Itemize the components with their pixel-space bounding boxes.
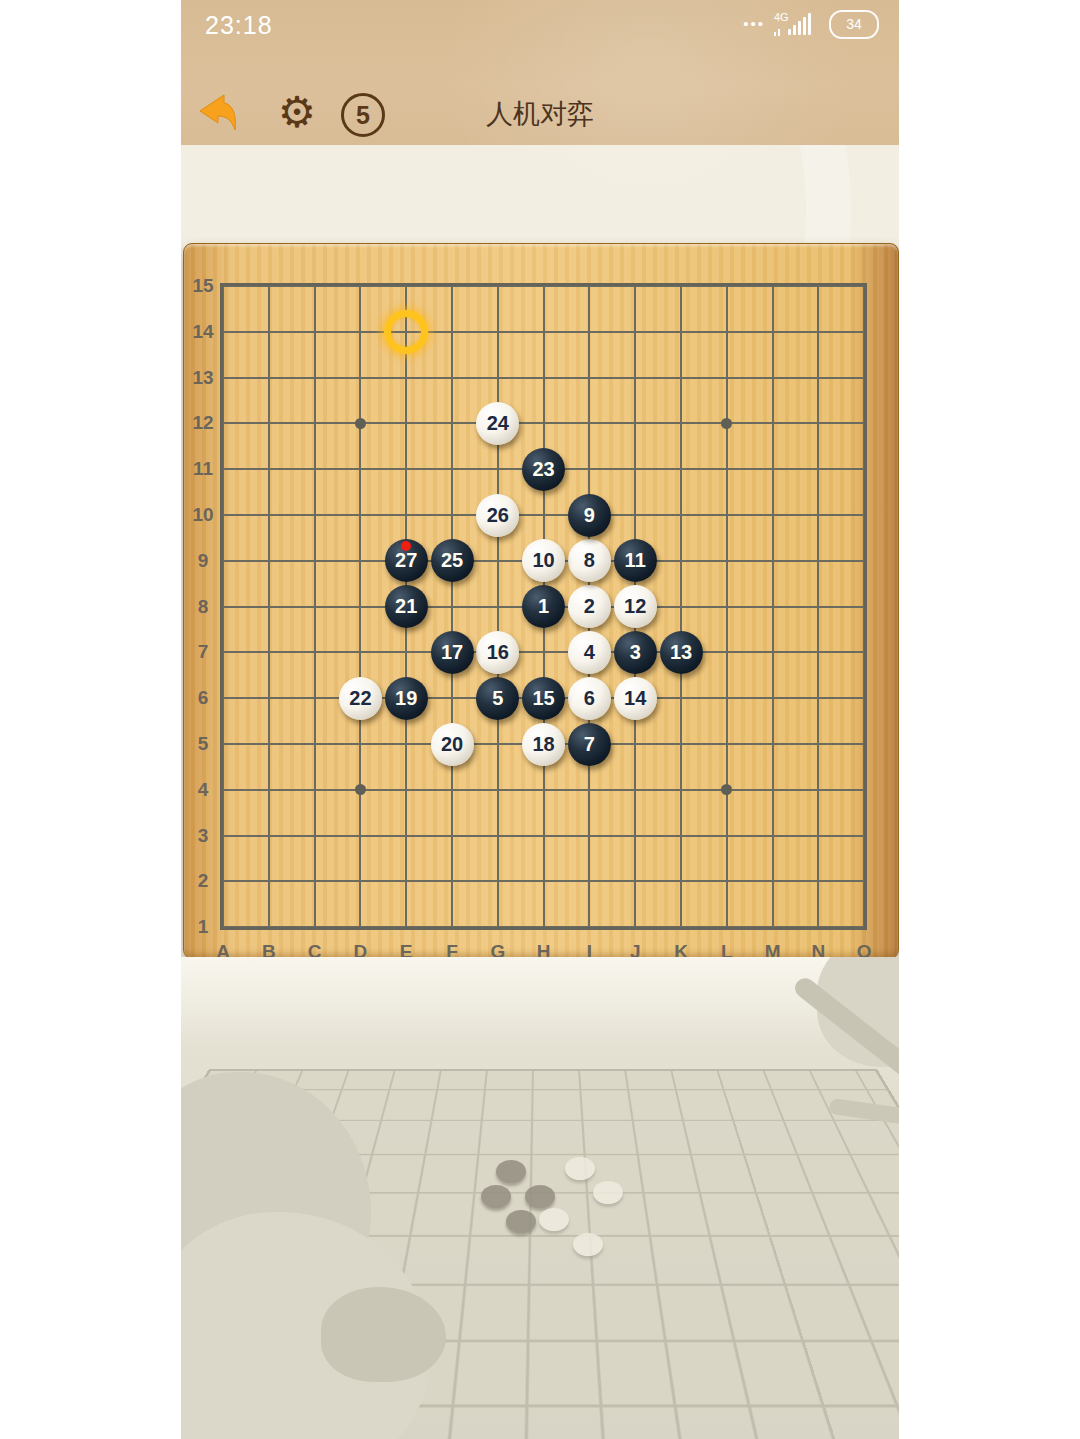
stone-number: 14 bbox=[614, 677, 657, 720]
background-illustration bbox=[181, 957, 899, 1439]
stone-number: 8 bbox=[568, 539, 611, 582]
star-point bbox=[355, 418, 366, 429]
stone-3-black: 3 bbox=[614, 631, 657, 674]
row-label: 15 bbox=[188, 275, 218, 297]
stone-number: 7 bbox=[568, 723, 611, 766]
stone-16-white: 16 bbox=[476, 631, 519, 674]
illustration-stone bbox=[506, 1210, 536, 1233]
battery-badge: 34 bbox=[829, 10, 879, 39]
stone-7-black: 7 bbox=[568, 723, 611, 766]
row-label: 9 bbox=[188, 550, 218, 572]
stone-13-black: 13 bbox=[660, 631, 703, 674]
stone-number: 26 bbox=[476, 494, 519, 537]
stone-5-black: 5 bbox=[476, 677, 519, 720]
stone-number: 5 bbox=[476, 677, 519, 720]
illustration-stone bbox=[573, 1233, 603, 1256]
stone-number: 2 bbox=[568, 585, 611, 628]
more-notifications-icon: ••• bbox=[743, 10, 765, 38]
top-band: 23:18 ••• 4G 34 bbox=[181, 0, 899, 145]
illustration-stone bbox=[525, 1185, 555, 1208]
gap-band bbox=[181, 145, 899, 243]
screenshot-page: 23:18 ••• 4G 34 bbox=[0, 0, 1080, 1439]
network-type-label: 4G bbox=[774, 11, 789, 23]
status-icons: ••• 4G 34 bbox=[743, 10, 879, 38]
stone-number: 3 bbox=[614, 631, 657, 674]
stone-18-white: 18 bbox=[522, 723, 565, 766]
stone-number: 22 bbox=[339, 677, 382, 720]
stone-number: 25 bbox=[431, 539, 474, 582]
stone-22-white: 22 bbox=[339, 677, 382, 720]
row-label: 12 bbox=[188, 412, 218, 434]
signal-icon: 4G bbox=[774, 11, 820, 37]
illustration-stone bbox=[593, 1181, 623, 1204]
stone-number: 18 bbox=[522, 723, 565, 766]
illustration-stone bbox=[539, 1208, 569, 1231]
stone-number: 21 bbox=[385, 585, 428, 628]
row-label: 4 bbox=[188, 779, 218, 801]
stone-9-black: 9 bbox=[568, 494, 611, 537]
page-title: 人机对弈 bbox=[181, 96, 899, 132]
row-label: 3 bbox=[188, 825, 218, 847]
stone-4-white: 4 bbox=[568, 631, 611, 674]
app-screen: 23:18 ••• 4G 34 bbox=[181, 0, 899, 1439]
row-label: 5 bbox=[188, 733, 218, 755]
stone-12-white: 12 bbox=[614, 585, 657, 628]
game-board[interactable]: 151413121110987654321ABCDEFGHIJKLMNO1234… bbox=[183, 243, 899, 959]
row-label: 6 bbox=[188, 687, 218, 709]
row-label: 1 bbox=[188, 916, 218, 938]
row-label: 7 bbox=[188, 641, 218, 663]
clock-label: 23:18 bbox=[205, 11, 273, 40]
stone-number: 16 bbox=[476, 631, 519, 674]
illustration-stone bbox=[565, 1157, 595, 1180]
stone-14-white: 14 bbox=[614, 677, 657, 720]
stone-27-black: 27 bbox=[385, 539, 428, 582]
decorative-arc bbox=[181, 145, 851, 243]
hint-ring bbox=[384, 310, 428, 354]
stone-number: 24 bbox=[476, 402, 519, 445]
row-label: 8 bbox=[188, 596, 218, 618]
stone-number: 10 bbox=[522, 539, 565, 582]
stone-17-black: 17 bbox=[431, 631, 474, 674]
stone-20-white: 20 bbox=[431, 723, 474, 766]
illustration-stone bbox=[496, 1160, 526, 1183]
stone-11-black: 11 bbox=[614, 539, 657, 582]
stone-number: 11 bbox=[614, 539, 657, 582]
stone-number: 4 bbox=[568, 631, 611, 674]
stone-8-white: 8 bbox=[568, 539, 611, 582]
stone-number: 6 bbox=[568, 677, 611, 720]
nav-bar: ⚙ 5 人机对弈 bbox=[181, 86, 899, 145]
stone-15-black: 15 bbox=[522, 677, 565, 720]
stone-26-white: 26 bbox=[476, 494, 519, 537]
illustration-stone bbox=[481, 1185, 511, 1208]
row-label: 11 bbox=[188, 458, 218, 480]
stone-number: 1 bbox=[522, 585, 565, 628]
stone-21-black: 21 bbox=[385, 585, 428, 628]
stone-23-black: 23 bbox=[522, 448, 565, 491]
stone-6-white: 6 bbox=[568, 677, 611, 720]
stone-24-white: 24 bbox=[476, 402, 519, 445]
row-label: 2 bbox=[188, 870, 218, 892]
stone-number: 9 bbox=[568, 494, 611, 537]
stone-number: 17 bbox=[431, 631, 474, 674]
stone-number: 20 bbox=[431, 723, 474, 766]
stone-number: 12 bbox=[614, 585, 657, 628]
stone-10-white: 10 bbox=[522, 539, 565, 582]
stone-number: 13 bbox=[660, 631, 703, 674]
status-bar: 23:18 ••• 4G 34 bbox=[181, 0, 899, 48]
stone-2-white: 2 bbox=[568, 585, 611, 628]
row-label: 14 bbox=[188, 321, 218, 343]
stone-1-black: 1 bbox=[522, 585, 565, 628]
stone-number: 15 bbox=[522, 677, 565, 720]
fog-overlay bbox=[181, 957, 899, 1047]
illustration-grass bbox=[321, 1287, 446, 1382]
row-label: 10 bbox=[188, 504, 218, 526]
row-label: 13 bbox=[188, 367, 218, 389]
stone-19-black: 19 bbox=[385, 677, 428, 720]
stone-25-black: 25 bbox=[431, 539, 474, 582]
stone-number: 23 bbox=[522, 448, 565, 491]
stone-number: 19 bbox=[385, 677, 428, 720]
